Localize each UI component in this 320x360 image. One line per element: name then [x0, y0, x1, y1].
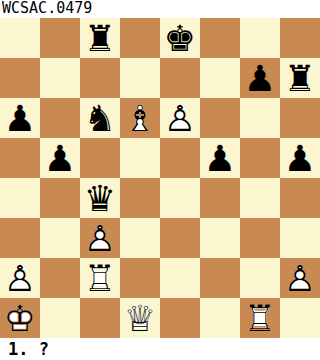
piece-black-pawn: ♟	[0, 98, 40, 138]
piece-white-pawn: ♙	[80, 218, 120, 258]
square-h7[interactable]: ♜	[280, 58, 320, 98]
square-g1[interactable]: ♜♖	[240, 298, 280, 338]
square-f8[interactable]	[200, 18, 240, 58]
square-c7[interactable]	[80, 58, 120, 98]
square-g6[interactable]	[240, 98, 280, 138]
square-f7[interactable]	[200, 58, 240, 98]
square-b5[interactable]: ♟	[40, 138, 80, 178]
piece-black-knight: ♞	[80, 98, 120, 138]
piece-black-pawn: ♟	[40, 138, 80, 178]
square-g7[interactable]: ♟	[240, 58, 280, 98]
square-b3[interactable]	[40, 218, 80, 258]
square-f4[interactable]	[200, 178, 240, 218]
square-d3[interactable]	[120, 218, 160, 258]
square-e7[interactable]	[160, 58, 200, 98]
square-h6[interactable]	[280, 98, 320, 138]
piece-white-pawn-fill: ♟	[80, 218, 120, 258]
square-e5[interactable]	[160, 138, 200, 178]
square-f3[interactable]	[200, 218, 240, 258]
square-h2[interactable]: ♟♙	[280, 258, 320, 298]
square-g5[interactable]	[240, 138, 280, 178]
piece-white-pawn-fill: ♟	[0, 258, 40, 298]
square-d1[interactable]: ♛♕	[120, 298, 160, 338]
square-g4[interactable]	[240, 178, 280, 218]
piece-white-bishop: ♗	[120, 98, 160, 138]
square-c4[interactable]: ♛	[80, 178, 120, 218]
square-h3[interactable]	[280, 218, 320, 258]
chess-diagram-window: WCSAC.0479 ♜♚♟♜♟♞♝♗♟♙♟♟♟♛♟♙♟♙♜♖♟♙♚♔♛♕♜♖ …	[0, 0, 320, 360]
square-b1[interactable]	[40, 298, 80, 338]
square-c5[interactable]	[80, 138, 120, 178]
piece-black-king: ♚	[160, 18, 200, 58]
move-prompt: 1. ?	[0, 338, 320, 360]
square-c3[interactable]: ♟♙	[80, 218, 120, 258]
square-a3[interactable]	[0, 218, 40, 258]
square-a5[interactable]	[0, 138, 40, 178]
square-a6[interactable]: ♟	[0, 98, 40, 138]
square-d5[interactable]	[120, 138, 160, 178]
square-h8[interactable]	[280, 18, 320, 58]
piece-black-pawn: ♟	[280, 138, 320, 178]
square-b4[interactable]	[40, 178, 80, 218]
square-c1[interactable]	[80, 298, 120, 338]
square-d4[interactable]	[120, 178, 160, 218]
piece-white-pawn: ♙	[160, 98, 200, 138]
square-a2[interactable]: ♟♙	[0, 258, 40, 298]
square-d7[interactable]	[120, 58, 160, 98]
piece-white-queen: ♕	[120, 298, 160, 338]
square-a7[interactable]	[0, 58, 40, 98]
square-b7[interactable]	[40, 58, 80, 98]
square-g8[interactable]	[240, 18, 280, 58]
piece-white-pawn: ♙	[280, 258, 320, 298]
square-f1[interactable]	[200, 298, 240, 338]
piece-white-queen-fill: ♛	[120, 298, 160, 338]
square-d6[interactable]: ♝♗	[120, 98, 160, 138]
square-e3[interactable]	[160, 218, 200, 258]
square-g3[interactable]	[240, 218, 280, 258]
chess-board: ♜♚♟♜♟♞♝♗♟♙♟♟♟♛♟♙♟♙♜♖♟♙♚♔♛♕♜♖	[0, 18, 320, 338]
diagram-title: WCSAC.0479	[0, 0, 320, 18]
piece-white-rook: ♖	[80, 258, 120, 298]
piece-black-pawn: ♟	[200, 138, 240, 178]
square-g2[interactable]	[240, 258, 280, 298]
square-e8[interactable]: ♚	[160, 18, 200, 58]
square-c2[interactable]: ♜♖	[80, 258, 120, 298]
square-e2[interactable]	[160, 258, 200, 298]
square-b2[interactable]	[40, 258, 80, 298]
piece-white-king-fill: ♚	[0, 298, 40, 338]
piece-white-rook-fill: ♜	[80, 258, 120, 298]
square-f6[interactable]	[200, 98, 240, 138]
square-b8[interactable]	[40, 18, 80, 58]
piece-white-king: ♔	[0, 298, 40, 338]
square-d8[interactable]	[120, 18, 160, 58]
piece-white-pawn: ♙	[0, 258, 40, 298]
square-h4[interactable]	[280, 178, 320, 218]
piece-white-bishop-fill: ♝	[120, 98, 160, 138]
piece-white-rook: ♖	[240, 298, 280, 338]
square-f2[interactable]	[200, 258, 240, 298]
piece-white-pawn-fill: ♟	[280, 258, 320, 298]
square-c8[interactable]: ♜	[80, 18, 120, 58]
square-a8[interactable]	[0, 18, 40, 58]
square-e1[interactable]	[160, 298, 200, 338]
square-h5[interactable]: ♟	[280, 138, 320, 178]
piece-black-rook: ♜	[80, 18, 120, 58]
square-d2[interactable]	[120, 258, 160, 298]
piece-black-pawn: ♟	[240, 58, 280, 98]
piece-white-rook-fill: ♜	[240, 298, 280, 338]
square-h1[interactable]	[280, 298, 320, 338]
piece-white-pawn-fill: ♟	[160, 98, 200, 138]
square-f5[interactable]: ♟	[200, 138, 240, 178]
square-b6[interactable]	[40, 98, 80, 138]
piece-black-rook: ♜	[280, 58, 320, 98]
piece-black-queen: ♛	[80, 178, 120, 218]
square-a4[interactable]	[0, 178, 40, 218]
square-a1[interactable]: ♚♔	[0, 298, 40, 338]
square-e4[interactable]	[160, 178, 200, 218]
square-e6[interactable]: ♟♙	[160, 98, 200, 138]
square-c6[interactable]: ♞	[80, 98, 120, 138]
